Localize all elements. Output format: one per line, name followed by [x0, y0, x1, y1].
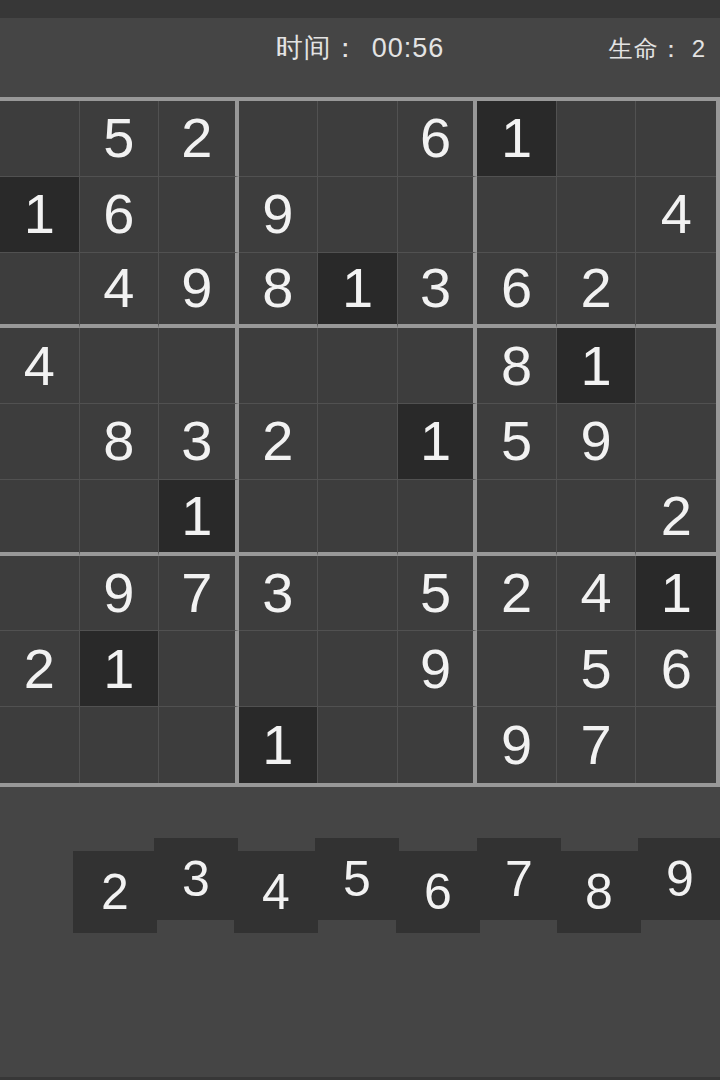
cell-r7c9[interactable]: 1: [636, 556, 716, 632]
cell-r6c9[interactable]: 2: [636, 480, 716, 556]
cell-r9c1[interactable]: [0, 707, 80, 783]
cell-r5c3[interactable]: 3: [159, 404, 239, 480]
lives-value: 2: [692, 35, 706, 62]
cell-r8c9[interactable]: 6: [636, 631, 716, 707]
cell-r4c8[interactable]: 1: [557, 328, 637, 404]
cell-r6c5[interactable]: [318, 480, 398, 556]
cell-r8c4[interactable]: [239, 631, 319, 707]
cell-r8c8[interactable]: 5: [557, 631, 637, 707]
cell-r4c2[interactable]: [80, 328, 160, 404]
cell-r4c5[interactable]: [318, 328, 398, 404]
cell-r1c9[interactable]: [636, 101, 716, 177]
timer-value: 00:56: [372, 33, 445, 63]
cell-r1c8[interactable]: [557, 101, 637, 177]
cell-r4c4[interactable]: [239, 328, 319, 404]
lives-label: 生命：: [609, 35, 684, 62]
cell-r5c4[interactable]: 2: [239, 404, 319, 480]
cell-r9c7[interactable]: 9: [477, 707, 557, 783]
cell-r3c4[interactable]: 8: [239, 253, 319, 329]
cell-r9c8[interactable]: 7: [557, 707, 637, 783]
cell-r4c3[interactable]: [159, 328, 239, 404]
cell-r4c1[interactable]: 4: [0, 328, 80, 404]
cell-r2c2[interactable]: 6: [80, 177, 160, 253]
lives: 生命：2: [609, 33, 706, 65]
numpad-button-2[interactable]: 2: [73, 851, 157, 933]
numpad-button-9[interactable]: 9: [638, 838, 720, 920]
cell-r7c8[interactable]: 4: [557, 556, 637, 632]
cell-r1c1[interactable]: [0, 101, 80, 177]
cell-r7c7[interactable]: 2: [477, 556, 557, 632]
cell-r3c8[interactable]: 2: [557, 253, 637, 329]
cell-r6c1[interactable]: [0, 480, 80, 556]
status-bar: [0, 0, 720, 18]
cell-r6c4[interactable]: [239, 480, 319, 556]
numpad-button-5[interactable]: 5: [315, 838, 399, 920]
cell-r5c6[interactable]: 1: [398, 404, 478, 480]
cell-r6c7[interactable]: [477, 480, 557, 556]
cell-r9c6[interactable]: [398, 707, 478, 783]
cell-r6c6[interactable]: [398, 480, 478, 556]
sudoku-board: 5261169449813624818321591297352412195619…: [0, 97, 720, 787]
cell-r5c2[interactable]: 8: [80, 404, 160, 480]
cell-r1c5[interactable]: [318, 101, 398, 177]
cell-r2c9[interactable]: 4: [636, 177, 716, 253]
cell-r6c8[interactable]: [557, 480, 637, 556]
cell-r2c3[interactable]: [159, 177, 239, 253]
cell-r5c1[interactable]: [0, 404, 80, 480]
cell-r2c8[interactable]: [557, 177, 637, 253]
cell-r2c7[interactable]: [477, 177, 557, 253]
cell-r7c6[interactable]: 5: [398, 556, 478, 632]
numpad-button-7[interactable]: 7: [477, 838, 561, 920]
cell-r3c2[interactable]: 4: [80, 253, 160, 329]
cell-r7c3[interactable]: 7: [159, 556, 239, 632]
cell-r3c5[interactable]: 1: [318, 253, 398, 329]
cell-r3c7[interactable]: 6: [477, 253, 557, 329]
cell-r3c6[interactable]: 3: [398, 253, 478, 329]
cell-r8c6[interactable]: 9: [398, 631, 478, 707]
cell-r5c7[interactable]: 5: [477, 404, 557, 480]
numpad-button-3[interactable]: 3: [154, 838, 238, 920]
cell-r7c2[interactable]: 9: [80, 556, 160, 632]
cell-r2c4[interactable]: 9: [239, 177, 319, 253]
cell-r9c2[interactable]: [80, 707, 160, 783]
timer-label: 时间：: [276, 33, 360, 63]
cell-r8c5[interactable]: [318, 631, 398, 707]
numpad-button-4[interactable]: 4: [234, 851, 318, 933]
cell-r2c1[interactable]: 1: [0, 177, 80, 253]
cell-r9c3[interactable]: [159, 707, 239, 783]
numpad-button-8[interactable]: 8: [557, 851, 641, 933]
cell-r3c1[interactable]: [0, 253, 80, 329]
cell-r5c9[interactable]: [636, 404, 716, 480]
cell-r4c6[interactable]: [398, 328, 478, 404]
cell-r2c5[interactable]: [318, 177, 398, 253]
cell-r1c3[interactable]: 2: [159, 101, 239, 177]
cell-r9c4[interactable]: 1: [239, 707, 319, 783]
cell-r8c3[interactable]: [159, 631, 239, 707]
cell-r5c5[interactable]: [318, 404, 398, 480]
cell-r4c9[interactable]: [636, 328, 716, 404]
cell-r7c1[interactable]: [0, 556, 80, 632]
cell-r8c7[interactable]: [477, 631, 557, 707]
cell-r8c1[interactable]: 2: [0, 631, 80, 707]
numpad-button-6[interactable]: 6: [396, 851, 480, 933]
cell-r5c8[interactable]: 9: [557, 404, 637, 480]
cell-r7c5[interactable]: [318, 556, 398, 632]
cell-r6c2[interactable]: [80, 480, 160, 556]
cell-r3c3[interactable]: 9: [159, 253, 239, 329]
cell-r1c4[interactable]: [239, 101, 319, 177]
cell-r1c7[interactable]: 1: [477, 101, 557, 177]
cell-r7c4[interactable]: 3: [239, 556, 319, 632]
cell-r8c2[interactable]: 1: [80, 631, 160, 707]
cell-r4c7[interactable]: 8: [477, 328, 557, 404]
cell-r9c9[interactable]: [636, 707, 716, 783]
cell-r3c9[interactable]: [636, 253, 716, 329]
cell-r9c5[interactable]: [318, 707, 398, 783]
cell-r1c2[interactable]: 5: [80, 101, 160, 177]
cell-r2c6[interactable]: [398, 177, 478, 253]
cell-r1c6[interactable]: 6: [398, 101, 478, 177]
cell-r6c3[interactable]: 1: [159, 480, 239, 556]
